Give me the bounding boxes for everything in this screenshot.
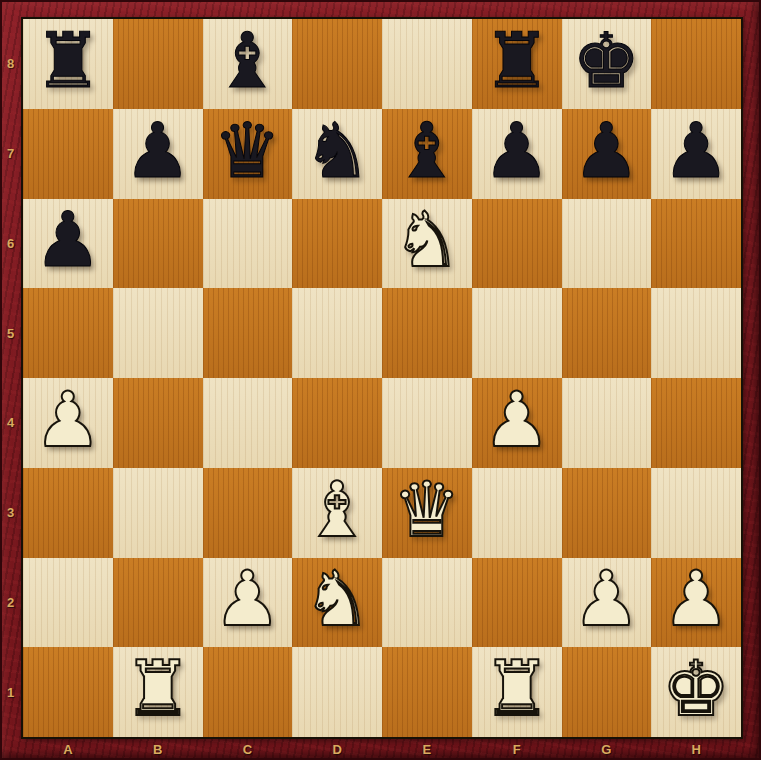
rank-label-1: 1 bbox=[7, 685, 14, 700]
piece-white-pawn-h2[interactable]: ♟ bbox=[662, 561, 730, 637]
file-label-f: F bbox=[513, 742, 521, 757]
square-c8[interactable]: ♝ bbox=[203, 19, 293, 109]
square-c6[interactable] bbox=[203, 199, 293, 289]
file-label-d: D bbox=[332, 742, 341, 757]
board-frame: ♜♝♜♚♟♛♞♝♟♟♟♟♞♟♟♝♛♟♞♟♟♜♜♚ 87654321 ABCDEF… bbox=[0, 0, 761, 760]
file-label-e: E bbox=[423, 742, 432, 757]
square-f7[interactable]: ♟ bbox=[472, 109, 562, 199]
square-c7[interactable]: ♛ bbox=[203, 109, 293, 199]
square-b6[interactable] bbox=[113, 199, 203, 289]
square-f8[interactable]: ♜ bbox=[472, 19, 562, 109]
piece-black-bishop-c8[interactable]: ♝ bbox=[213, 23, 281, 99]
piece-white-king-h1[interactable]: ♚ bbox=[662, 651, 730, 727]
piece-black-pawn-b7[interactable]: ♟ bbox=[124, 113, 192, 189]
file-labels: ABCDEFGH bbox=[23, 739, 741, 760]
square-g6[interactable] bbox=[562, 199, 652, 289]
square-c2[interactable]: ♟ bbox=[203, 558, 293, 648]
square-f4[interactable]: ♟ bbox=[472, 378, 562, 468]
rank-labels: 87654321 bbox=[0, 19, 21, 737]
square-b5[interactable] bbox=[113, 288, 203, 378]
square-c4[interactable] bbox=[203, 378, 293, 468]
piece-black-rook-f8[interactable]: ♜ bbox=[483, 23, 551, 99]
square-h4[interactable] bbox=[651, 378, 741, 468]
file-label-h: H bbox=[691, 742, 700, 757]
square-f6[interactable] bbox=[472, 199, 562, 289]
square-a2[interactable] bbox=[23, 558, 113, 648]
piece-white-pawn-f4[interactable]: ♟ bbox=[483, 382, 551, 458]
square-e3[interactable]: ♛ bbox=[382, 468, 472, 558]
piece-black-king-g8[interactable]: ♚ bbox=[572, 23, 640, 99]
square-e2[interactable] bbox=[382, 558, 472, 648]
square-d4[interactable] bbox=[292, 378, 382, 468]
square-a8[interactable]: ♜ bbox=[23, 19, 113, 109]
piece-white-pawn-g2[interactable]: ♟ bbox=[572, 561, 640, 637]
square-h8[interactable] bbox=[651, 19, 741, 109]
file-label-b: B bbox=[153, 742, 162, 757]
piece-black-knight-d7[interactable]: ♞ bbox=[303, 113, 371, 189]
square-a6[interactable]: ♟ bbox=[23, 199, 113, 289]
square-e4[interactable] bbox=[382, 378, 472, 468]
piece-white-pawn-a4[interactable]: ♟ bbox=[34, 382, 102, 458]
square-h7[interactable]: ♟ bbox=[651, 109, 741, 199]
piece-white-pawn-c2[interactable]: ♟ bbox=[213, 561, 281, 637]
piece-white-knight-d2[interactable]: ♞ bbox=[303, 561, 371, 637]
rank-label-3: 3 bbox=[7, 505, 14, 520]
piece-black-pawn-h7[interactable]: ♟ bbox=[662, 113, 730, 189]
square-f1[interactable]: ♜ bbox=[472, 647, 562, 737]
square-g2[interactable]: ♟ bbox=[562, 558, 652, 648]
square-d2[interactable]: ♞ bbox=[292, 558, 382, 648]
piece-white-knight-e6[interactable]: ♞ bbox=[393, 202, 461, 278]
chess-board: ♜♝♜♚♟♛♞♝♟♟♟♟♞♟♟♝♛♟♞♟♟♜♜♚ bbox=[21, 17, 743, 739]
square-d8[interactable] bbox=[292, 19, 382, 109]
square-c5[interactable] bbox=[203, 288, 293, 378]
square-b8[interactable] bbox=[113, 19, 203, 109]
square-a7[interactable] bbox=[23, 109, 113, 199]
piece-black-rook-a8[interactable]: ♜ bbox=[34, 23, 102, 99]
square-a5[interactable] bbox=[23, 288, 113, 378]
square-b4[interactable] bbox=[113, 378, 203, 468]
rank-label-4: 4 bbox=[7, 415, 14, 430]
file-label-g: G bbox=[601, 742, 611, 757]
piece-black-pawn-g7[interactable]: ♟ bbox=[572, 113, 640, 189]
square-a4[interactable]: ♟ bbox=[23, 378, 113, 468]
square-b3[interactable] bbox=[113, 468, 203, 558]
square-e5[interactable] bbox=[382, 288, 472, 378]
square-e7[interactable]: ♝ bbox=[382, 109, 472, 199]
square-e1[interactable] bbox=[382, 647, 472, 737]
square-h6[interactable] bbox=[651, 199, 741, 289]
piece-white-rook-b1[interactable]: ♜ bbox=[124, 651, 192, 727]
piece-white-queen-e3[interactable]: ♛ bbox=[393, 472, 461, 548]
piece-white-rook-f1[interactable]: ♜ bbox=[483, 651, 551, 727]
square-b2[interactable] bbox=[113, 558, 203, 648]
square-g1[interactable] bbox=[562, 647, 652, 737]
piece-black-pawn-a6[interactable]: ♟ bbox=[34, 202, 102, 278]
square-h2[interactable]: ♟ bbox=[651, 558, 741, 648]
square-g8[interactable]: ♚ bbox=[562, 19, 652, 109]
piece-black-bishop-e7[interactable]: ♝ bbox=[393, 113, 461, 189]
rank-label-5: 5 bbox=[7, 326, 14, 341]
square-f5[interactable] bbox=[472, 288, 562, 378]
square-d1[interactable] bbox=[292, 647, 382, 737]
piece-black-queen-c7[interactable]: ♛ bbox=[213, 113, 281, 189]
square-e8[interactable] bbox=[382, 19, 472, 109]
square-g7[interactable]: ♟ bbox=[562, 109, 652, 199]
square-g3[interactable] bbox=[562, 468, 652, 558]
square-h3[interactable] bbox=[651, 468, 741, 558]
piece-black-pawn-f7[interactable]: ♟ bbox=[483, 113, 551, 189]
square-a3[interactable] bbox=[23, 468, 113, 558]
rank-label-6: 6 bbox=[7, 236, 14, 251]
rank-label-8: 8 bbox=[7, 56, 14, 71]
square-g5[interactable] bbox=[562, 288, 652, 378]
square-c1[interactable] bbox=[203, 647, 293, 737]
square-c3[interactable] bbox=[203, 468, 293, 558]
file-label-a: A bbox=[63, 742, 72, 757]
square-a1[interactable] bbox=[23, 647, 113, 737]
rank-label-7: 7 bbox=[7, 146, 14, 161]
square-d3[interactable]: ♝ bbox=[292, 468, 382, 558]
square-e6[interactable]: ♞ bbox=[382, 199, 472, 289]
square-h1[interactable]: ♚ bbox=[651, 647, 741, 737]
square-h5[interactable] bbox=[651, 288, 741, 378]
square-f2[interactable] bbox=[472, 558, 562, 648]
square-d6[interactable] bbox=[292, 199, 382, 289]
rank-label-2: 2 bbox=[7, 595, 14, 610]
square-d7[interactable]: ♞ bbox=[292, 109, 382, 199]
square-g4[interactable] bbox=[562, 378, 652, 468]
square-f3[interactable] bbox=[472, 468, 562, 558]
square-d5[interactable] bbox=[292, 288, 382, 378]
square-b7[interactable]: ♟ bbox=[113, 109, 203, 199]
file-label-c: C bbox=[243, 742, 252, 757]
square-b1[interactable]: ♜ bbox=[113, 647, 203, 737]
piece-white-bishop-d3[interactable]: ♝ bbox=[303, 472, 371, 548]
